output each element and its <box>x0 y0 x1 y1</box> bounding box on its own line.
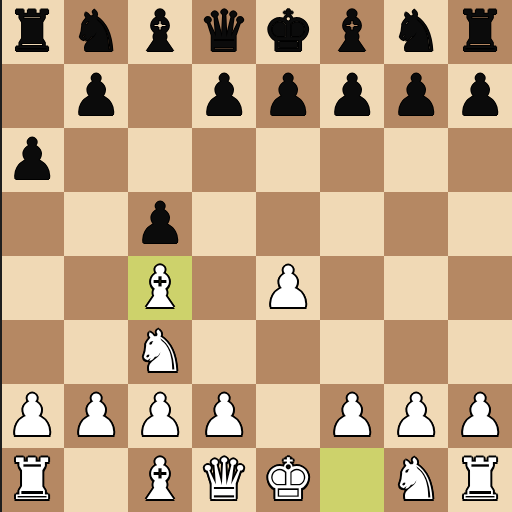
square-h1[interactable]: ♜ <box>448 448 512 512</box>
square-h3[interactable] <box>448 320 512 384</box>
black-knight[interactable]: ♞ <box>70 0 121 63</box>
square-g1[interactable]: ♞ <box>384 448 448 512</box>
square-h4[interactable] <box>448 256 512 320</box>
black-pawn[interactable]: ♟ <box>454 64 505 127</box>
square-b7[interactable]: ♟ <box>64 64 128 128</box>
black-pawn[interactable]: ♟ <box>262 64 313 127</box>
square-c8[interactable]: ♝ <box>128 0 192 64</box>
black-knight[interactable]: ♞ <box>390 0 441 63</box>
square-d6[interactable] <box>192 128 256 192</box>
white-pawn[interactable]: ♟ <box>6 384 57 447</box>
square-b2[interactable]: ♟ <box>64 384 128 448</box>
square-d7[interactable]: ♟ <box>192 64 256 128</box>
white-bishop[interactable]: ♝ <box>134 256 185 319</box>
square-h2[interactable]: ♟ <box>448 384 512 448</box>
square-c6[interactable] <box>128 128 192 192</box>
square-a2[interactable]: ♟ <box>0 384 64 448</box>
square-f1[interactable] <box>320 448 384 512</box>
square-d5[interactable] <box>192 192 256 256</box>
white-pawn[interactable]: ♟ <box>198 384 249 447</box>
black-pawn[interactable]: ♟ <box>390 64 441 127</box>
square-d4[interactable] <box>192 256 256 320</box>
square-c5[interactable]: ♟ <box>128 192 192 256</box>
black-pawn[interactable]: ♟ <box>134 192 185 255</box>
square-d1[interactable]: ♛ <box>192 448 256 512</box>
square-g5[interactable] <box>384 192 448 256</box>
square-a5[interactable] <box>0 192 64 256</box>
black-queen[interactable]: ♛ <box>198 0 249 63</box>
square-e7[interactable]: ♟ <box>256 64 320 128</box>
chess-board[interactable]: ♜♞♝♛♚♝♞♜♟♟♟♟♟♟♟♟♝♟♞♟♟♟♟♟♟♟♜♝♛♚♞♜ <box>0 0 512 512</box>
square-b3[interactable] <box>64 320 128 384</box>
square-a6[interactable]: ♟ <box>0 128 64 192</box>
square-a8[interactable]: ♜ <box>0 0 64 64</box>
square-b6[interactable] <box>64 128 128 192</box>
white-knight[interactable]: ♞ <box>390 448 441 511</box>
square-b5[interactable] <box>64 192 128 256</box>
screen-left-edge <box>0 0 2 512</box>
white-rook[interactable]: ♜ <box>6 448 57 511</box>
black-king[interactable]: ♚ <box>262 0 313 63</box>
square-d8[interactable]: ♛ <box>192 0 256 64</box>
square-f4[interactable] <box>320 256 384 320</box>
square-g6[interactable] <box>384 128 448 192</box>
black-pawn[interactable]: ♟ <box>70 64 121 127</box>
square-e2[interactable] <box>256 384 320 448</box>
square-e5[interactable] <box>256 192 320 256</box>
white-pawn[interactable]: ♟ <box>262 256 313 319</box>
black-bishop[interactable]: ♝ <box>326 0 377 63</box>
square-h6[interactable] <box>448 128 512 192</box>
square-a3[interactable] <box>0 320 64 384</box>
square-h7[interactable]: ♟ <box>448 64 512 128</box>
white-pawn[interactable]: ♟ <box>326 384 377 447</box>
square-c3[interactable]: ♞ <box>128 320 192 384</box>
square-g8[interactable]: ♞ <box>384 0 448 64</box>
square-d3[interactable] <box>192 320 256 384</box>
square-a4[interactable] <box>0 256 64 320</box>
square-e1[interactable]: ♚ <box>256 448 320 512</box>
black-pawn[interactable]: ♟ <box>326 64 377 127</box>
square-g3[interactable] <box>384 320 448 384</box>
square-f5[interactable] <box>320 192 384 256</box>
square-c4[interactable]: ♝ <box>128 256 192 320</box>
square-a7[interactable] <box>0 64 64 128</box>
white-bishop[interactable]: ♝ <box>134 448 185 511</box>
square-b1[interactable] <box>64 448 128 512</box>
square-h8[interactable]: ♜ <box>448 0 512 64</box>
square-b8[interactable]: ♞ <box>64 0 128 64</box>
square-b4[interactable] <box>64 256 128 320</box>
square-f6[interactable] <box>320 128 384 192</box>
square-d2[interactable]: ♟ <box>192 384 256 448</box>
black-pawn[interactable]: ♟ <box>6 128 57 191</box>
square-g2[interactable]: ♟ <box>384 384 448 448</box>
square-e3[interactable] <box>256 320 320 384</box>
square-a1[interactable]: ♜ <box>0 448 64 512</box>
square-f8[interactable]: ♝ <box>320 0 384 64</box>
square-e4[interactable]: ♟ <box>256 256 320 320</box>
square-e8[interactable]: ♚ <box>256 0 320 64</box>
square-c1[interactable]: ♝ <box>128 448 192 512</box>
square-c2[interactable]: ♟ <box>128 384 192 448</box>
black-rook[interactable]: ♜ <box>6 0 57 63</box>
square-f2[interactable]: ♟ <box>320 384 384 448</box>
square-f7[interactable]: ♟ <box>320 64 384 128</box>
white-pawn[interactable]: ♟ <box>134 384 185 447</box>
chess-board-window: ♜♞♝♛♚♝♞♜♟♟♟♟♟♟♟♟♝♟♞♟♟♟♟♟♟♟♜♝♛♚♞♜ <box>0 0 512 512</box>
white-pawn[interactable]: ♟ <box>390 384 441 447</box>
square-g7[interactable]: ♟ <box>384 64 448 128</box>
black-pawn[interactable]: ♟ <box>198 64 249 127</box>
white-pawn[interactable]: ♟ <box>454 384 505 447</box>
square-f3[interactable] <box>320 320 384 384</box>
white-pawn[interactable]: ♟ <box>70 384 121 447</box>
white-rook[interactable]: ♜ <box>454 448 505 511</box>
white-king[interactable]: ♚ <box>262 448 313 511</box>
black-bishop[interactable]: ♝ <box>134 0 185 63</box>
white-knight[interactable]: ♞ <box>134 320 185 383</box>
square-g4[interactable] <box>384 256 448 320</box>
square-h5[interactable] <box>448 192 512 256</box>
square-c7[interactable] <box>128 64 192 128</box>
black-rook[interactable]: ♜ <box>454 0 505 63</box>
square-e6[interactable] <box>256 128 320 192</box>
white-queen[interactable]: ♛ <box>198 448 249 511</box>
